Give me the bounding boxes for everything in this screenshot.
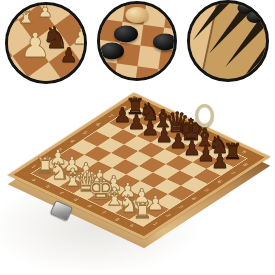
black-checker-disc [100,43,124,60]
inset-checkers-closeup [97,1,177,81]
inset-chess-piece: ♟ [38,3,53,20]
light-checker-disc [126,7,149,23]
product-photo: ♝♟♟♞♟♟ aabbccddeeffgghh8877665544332211 … [0,0,275,275]
black-checker-disc [153,34,177,51]
inset-chess-piece: ♝ [15,3,37,27]
backgammon-checker [247,11,264,23]
black-checker-disc [114,25,138,42]
backgammon-points [187,0,269,82]
metal-ring-latch [195,104,214,127]
inset-chess-closeup: ♝♟♟♞♟♟ [5,2,87,84]
inset-chess-piece: ♟ [72,26,87,48]
inset-backgammon-closeup [187,0,269,82]
